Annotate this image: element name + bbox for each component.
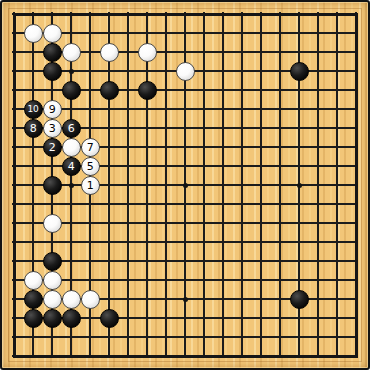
stone-black-move-8[interactable]: 8 (24, 119, 43, 138)
stone-black[interactable] (62, 309, 81, 328)
star-point (69, 69, 74, 74)
stone-white[interactable] (100, 43, 119, 62)
star-point (69, 183, 74, 188)
stone-black[interactable] (290, 62, 309, 81)
move-number: 7 (87, 142, 94, 153)
stone-black[interactable] (24, 309, 43, 328)
stone-black-move-2[interactable]: 2 (43, 138, 62, 157)
move-number: 9 (49, 104, 56, 115)
stone-black-move-6[interactable]: 6 (62, 119, 81, 138)
stone-black[interactable] (62, 81, 81, 100)
move-number: 2 (49, 142, 56, 153)
stone-white-move-9[interactable]: 9 (43, 100, 62, 119)
stone-white[interactable] (43, 24, 62, 43)
stone-white-move-1[interactable]: 1 (81, 176, 100, 195)
move-number: 1 (87, 180, 94, 191)
stone-black[interactable] (100, 309, 119, 328)
stone-black[interactable] (43, 252, 62, 271)
stone-black[interactable] (43, 43, 62, 62)
go-board[interactable]: 12345678910 (0, 0, 370, 370)
stone-black[interactable] (43, 176, 62, 195)
stone-white[interactable] (62, 138, 81, 157)
stone-black[interactable] (24, 290, 43, 309)
stone-white[interactable] (24, 24, 43, 43)
star-point (183, 297, 188, 302)
stone-white[interactable] (24, 271, 43, 290)
star-point (183, 183, 188, 188)
stone-white[interactable] (81, 290, 100, 309)
move-number: 6 (68, 123, 75, 134)
stone-black-move-10[interactable]: 10 (24, 100, 43, 119)
move-number: 10 (28, 105, 39, 114)
stone-white-move-7[interactable]: 7 (81, 138, 100, 157)
stone-black[interactable] (290, 290, 309, 309)
stone-black[interactable] (138, 81, 157, 100)
stone-white-move-5[interactable]: 5 (81, 157, 100, 176)
stone-white[interactable] (43, 290, 62, 309)
move-number: 8 (30, 123, 37, 134)
stone-black-move-4[interactable]: 4 (62, 157, 81, 176)
move-number: 3 (49, 123, 56, 134)
stone-white[interactable] (62, 290, 81, 309)
stone-black[interactable] (43, 62, 62, 81)
stone-black[interactable] (43, 309, 62, 328)
stone-white[interactable] (62, 43, 81, 62)
stone-white-move-3[interactable]: 3 (43, 119, 62, 138)
stone-black[interactable] (100, 81, 119, 100)
star-point (297, 183, 302, 188)
stone-white[interactable] (43, 214, 62, 233)
move-number: 5 (87, 161, 94, 172)
stone-white[interactable] (43, 271, 62, 290)
stone-white[interactable] (138, 43, 157, 62)
stone-white[interactable] (176, 62, 195, 81)
move-number: 4 (68, 161, 75, 172)
